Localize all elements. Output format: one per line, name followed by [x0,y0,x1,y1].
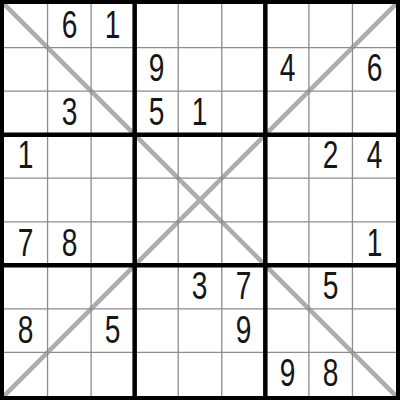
cell-r8c8[interactable] [309,309,353,353]
cell-r5c5[interactable] [178,178,222,222]
given-digit: 1 [192,93,208,133]
cell-r8c1[interactable]: 8 [4,309,48,353]
given-digit: 7 [18,224,34,264]
cell-r6c4[interactable] [135,222,179,266]
cell-r5c2[interactable] [48,178,92,222]
cell-r4c7[interactable] [265,135,309,179]
cell-r8c5[interactable] [178,309,222,353]
cell-r9c3[interactable] [91,352,135,396]
given-digit: 9 [236,311,252,351]
cell-r4c4[interactable] [135,135,179,179]
cell-r9c8[interactable]: 8 [309,352,353,396]
given-digit: 5 [323,267,339,307]
given-digit: 5 [149,93,165,133]
cell-r4c5[interactable] [178,135,222,179]
given-digit: 3 [192,267,208,307]
cell-r9c6[interactable] [222,352,266,396]
given-digit: 5 [105,311,121,351]
cell-r1c3[interactable]: 1 [91,4,135,48]
cell-r9c4[interactable] [135,352,179,396]
given-digit: 7 [236,267,252,307]
given-digit: 2 [323,136,339,176]
cell-r8c4[interactable] [135,309,179,353]
cell-r2c7[interactable]: 4 [265,48,309,92]
cell-r2c8[interactable] [309,48,353,92]
cell-r5c6[interactable] [222,178,266,222]
cell-r3c5[interactable]: 1 [178,91,222,135]
cell-r3c1[interactable] [4,91,48,135]
cell-r7c4[interactable] [135,265,179,309]
given-digit: 1 [18,136,34,176]
cell-r7c6[interactable]: 7 [222,265,266,309]
cell-r1c1[interactable] [4,4,48,48]
cell-r1c6[interactable] [222,4,266,48]
given-digit: 4 [279,49,295,89]
cell-r3c8[interactable] [309,91,353,135]
cell-r1c4[interactable] [135,4,179,48]
cell-r5c3[interactable] [91,178,135,222]
given-digit: 4 [366,136,382,176]
given-digit: 9 [279,354,295,394]
cell-r2c1[interactable] [4,48,48,92]
cell-r4c8[interactable]: 2 [309,135,353,179]
cell-r5c8[interactable] [309,178,353,222]
cell-r1c5[interactable] [178,4,222,48]
cell-r5c4[interactable] [135,178,179,222]
cell-r5c1[interactable] [4,178,48,222]
cell-r6c7[interactable] [265,222,309,266]
cell-r2c9[interactable]: 6 [352,48,396,92]
cell-r3c7[interactable] [265,91,309,135]
cell-r8c7[interactable] [265,309,309,353]
cell-r4c9[interactable]: 4 [352,135,396,179]
given-digit: 6 [61,6,77,46]
cell-r2c6[interactable] [222,48,266,92]
cell-r6c8[interactable] [309,222,353,266]
cell-r6c1[interactable]: 7 [4,222,48,266]
cell-r7c2[interactable] [48,265,92,309]
cell-r4c2[interactable] [48,135,92,179]
cell-r7c8[interactable]: 5 [309,265,353,309]
cell-r1c8[interactable] [309,4,353,48]
cell-r5c7[interactable] [265,178,309,222]
cell-r2c2[interactable] [48,48,92,92]
cell-r2c5[interactable] [178,48,222,92]
cell-r6c5[interactable] [178,222,222,266]
cell-r8c6[interactable]: 9 [222,309,266,353]
cell-r9c7[interactable]: 9 [265,352,309,396]
cell-r7c7[interactable] [265,265,309,309]
cell-r2c3[interactable] [91,48,135,92]
cell-r1c2[interactable]: 6 [48,4,92,48]
cell-r1c9[interactable] [352,4,396,48]
cell-r5c9[interactable] [352,178,396,222]
cell-r3c2[interactable]: 3 [48,91,92,135]
cell-r7c5[interactable]: 3 [178,265,222,309]
given-digit: 6 [366,49,382,89]
cell-r8c3[interactable]: 5 [91,309,135,353]
cell-r4c1[interactable]: 1 [4,135,48,179]
cell-r3c6[interactable] [222,91,266,135]
cell-r9c9[interactable] [352,352,396,396]
sudoku-board: 6194635112478137585998 [0,0,400,400]
cell-r7c3[interactable] [91,265,135,309]
cell-r3c3[interactable] [91,91,135,135]
cell-r6c2[interactable]: 8 [48,222,92,266]
cell-r3c4[interactable]: 5 [135,91,179,135]
cell-r8c9[interactable] [352,309,396,353]
cell-r6c6[interactable] [222,222,266,266]
cell-r4c3[interactable] [91,135,135,179]
cell-r9c1[interactable] [4,352,48,396]
given-digit: 1 [366,224,382,264]
cell-r9c2[interactable] [48,352,92,396]
cell-r7c1[interactable] [4,265,48,309]
given-digit: 9 [149,49,165,89]
cell-r7c9[interactable] [352,265,396,309]
cell-r9c5[interactable] [178,352,222,396]
cell-r2c4[interactable]: 9 [135,48,179,92]
cell-r6c9[interactable]: 1 [352,222,396,266]
cell-r3c9[interactable] [352,91,396,135]
given-digit: 8 [61,224,77,264]
given-digit: 3 [61,93,77,133]
cell-r4c6[interactable] [222,135,266,179]
given-digit: 8 [323,354,339,394]
cell-r1c7[interactable] [265,4,309,48]
given-digit: 1 [105,6,121,46]
cell-r6c3[interactable] [91,222,135,266]
given-digit: 8 [18,311,34,351]
cell-r8c2[interactable] [48,309,92,353]
cells-layer: 6194635112478137585998 [4,4,396,396]
